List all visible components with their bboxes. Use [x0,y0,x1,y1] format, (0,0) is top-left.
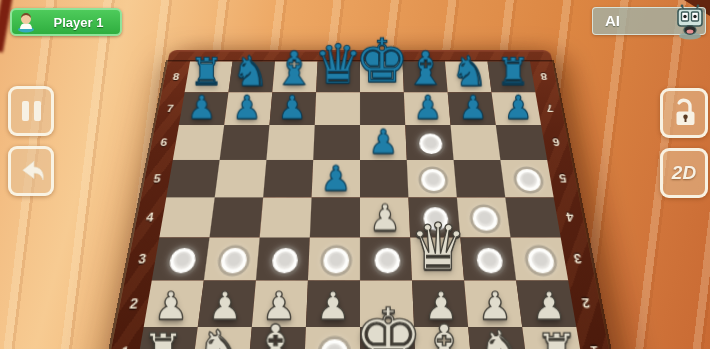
square-g6[interactable] [451,125,501,160]
person-avatar-icon [15,11,37,33]
square-a3[interactable] [152,237,210,280]
legal-move-dot[interactable] [515,169,542,191]
square-g5[interactable] [454,160,506,197]
chess-board[interactable]: 8♜♞♝♛♚♝♞♜87♟♟♟♟♟♟76♟65♟54♟43♛32♟♟♟♟♟♟♟21… [98,50,622,349]
square-h3[interactable] [511,237,569,280]
ai-badge[interactable]: AI [592,7,706,35]
square-d3[interactable] [308,237,360,280]
chess-master-3d-screen: 8♜♞♝♛♚♝♞♜87♟♟♟♟♟♟76♟65♟54♟43♛32♟♟♟♟♟♟♟21… [0,0,710,349]
legal-move-dot[interactable] [323,248,349,273]
piece-white-bishop[interactable]: ♝ [219,317,331,349]
pause-icon [22,101,29,121]
square-b4[interactable] [209,197,263,237]
piece-black-pawn[interactable]: ♟ [473,92,563,124]
legal-move-dot[interactable] [421,169,446,191]
undo-arrow-icon [16,156,46,186]
piece-black-pawn[interactable]: ♟ [337,126,430,159]
rank-label: 6 [541,125,572,160]
undo-button[interactable] [8,146,54,196]
square-h5[interactable] [500,160,553,197]
square-f3[interactable]: ♛ [410,237,464,280]
square-a6[interactable] [173,125,224,160]
view-2d-label: 2D [672,162,696,184]
board-lock-button[interactable] [660,88,708,138]
square-c3[interactable] [256,237,310,280]
legal-move-dot[interactable] [220,248,248,273]
unlocked-padlock-icon [669,97,699,129]
piece-white-queen[interactable]: ♛ [386,215,490,279]
player-name-label: Player 1 [37,15,120,30]
square-h4[interactable] [505,197,560,237]
robot-icon [673,3,707,41]
piece-black-rook[interactable]: ♜ [470,54,558,92]
square-h7[interactable]: ♟ [492,92,542,125]
rank-label: 4 [554,197,587,237]
square-a4[interactable] [159,197,214,237]
player-badge[interactable]: Player 1 [10,8,122,36]
square-c1[interactable]: ♝ [247,327,305,349]
square-a5[interactable] [166,160,219,197]
rank-label: 5 [547,160,579,197]
square-d5[interactable]: ♟ [312,160,360,197]
view-2d-button[interactable]: 2D [660,148,708,198]
square-h1[interactable]: ♜ [522,327,585,349]
legal-move-dot[interactable] [168,248,197,273]
square-b5[interactable] [215,160,267,197]
square-c4[interactable] [260,197,312,237]
ai-label: AI [605,12,620,29]
legal-move-dot[interactable] [271,248,298,273]
pause-button[interactable] [8,86,54,136]
pause-icon [34,101,41,121]
piece-black-pawn[interactable]: ♟ [287,162,384,197]
piece-white-rook[interactable]: ♜ [501,328,613,349]
square-e6[interactable]: ♟ [360,125,407,160]
square-c6[interactable] [266,125,314,160]
square-f5[interactable] [407,160,457,197]
square-b6[interactable] [220,125,270,160]
square-h6[interactable] [496,125,547,160]
legal-move-dot[interactable] [526,248,555,273]
square-b3[interactable] [204,237,260,280]
board-grid: 8♜♞♝♛♚♝♞♜87♟♟♟♟♟♟76♟65♟54♟43♛32♟♟♟♟♟♟♟21… [105,61,614,349]
piece-black-pawn[interactable]: ♟ [247,92,337,124]
square-h2[interactable]: ♟ [516,281,576,327]
square-c7[interactable]: ♟ [269,92,316,125]
